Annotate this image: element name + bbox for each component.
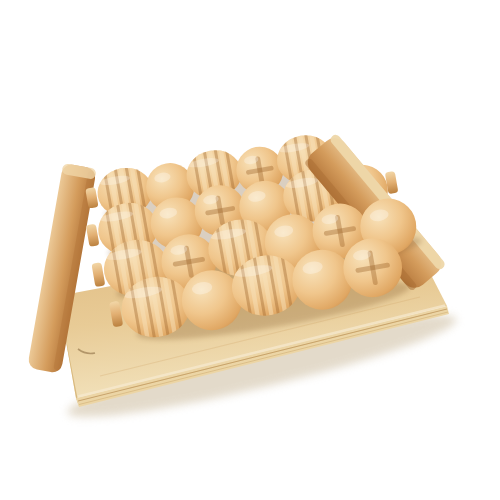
wooden-foot-massager-illustration <box>0 0 500 500</box>
axle-peg <box>86 224 100 247</box>
axle-peg <box>91 262 105 287</box>
product-photo <box>0 0 500 500</box>
